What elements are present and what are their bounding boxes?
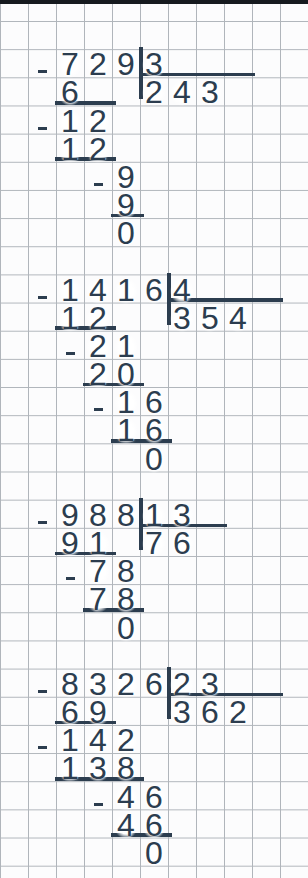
- digit-cell-p3: 9: [56, 528, 84, 557]
- minus-sign: [94, 803, 103, 806]
- digit-cell-p1: 2: [84, 134, 112, 163]
- digit-cell-p2: 0: [140, 444, 168, 473]
- digit-cell-p1: 1: [56, 134, 84, 163]
- top-border-bar: [0, 0, 308, 4]
- digit-cell-p3: 7: [84, 584, 112, 613]
- minus-sign: [38, 127, 47, 130]
- minus-sign: [38, 521, 47, 524]
- digit-cell-p3: 0: [112, 613, 140, 642]
- minus-sign: [38, 746, 47, 749]
- digit-cell-p2: 3: [168, 303, 196, 332]
- digit-cell-p2: 1: [112, 415, 140, 444]
- digit-cell-p1: 2: [140, 77, 168, 106]
- digit-cell-p4: 3: [168, 697, 196, 726]
- digit-cell-p4: 0: [140, 838, 168, 867]
- digit-cell-p1: 2: [84, 49, 112, 78]
- digit-cell-p2: 2: [84, 359, 112, 388]
- digit-cell-p1: 3: [196, 77, 224, 106]
- minus-sign: [66, 577, 75, 580]
- digit-cell-p4: 6: [140, 669, 168, 698]
- digit-cell-p4: 3: [84, 753, 112, 782]
- digit-cell-p1: 0: [112, 218, 140, 247]
- digit-cell-p4: 2: [112, 669, 140, 698]
- digit-cell-p2: 1: [56, 303, 84, 332]
- digit-cell-p1: 4: [168, 77, 196, 106]
- digit-cell-p3: 8: [112, 500, 140, 529]
- digit-cell-p3: 7: [140, 528, 168, 557]
- minus-sign: [66, 352, 75, 355]
- digit-cell-p4: 6: [196, 697, 224, 726]
- digit-cell-p1: 6: [56, 77, 84, 106]
- squared-paper-worksheet: 7293624312129901416412354212016160988139…: [0, 0, 308, 878]
- minus-sign: [38, 70, 47, 73]
- digit-cell-p3: 6: [168, 528, 196, 557]
- minus-sign: [94, 408, 103, 411]
- digit-cell-p4: 2: [224, 697, 252, 726]
- minus-sign: [38, 690, 47, 693]
- digit-cell-p2: 1: [112, 275, 140, 304]
- digit-cell-p2: 4: [224, 303, 252, 332]
- minus-sign: [38, 296, 47, 299]
- digit-cell-p4: 4: [112, 810, 140, 839]
- minus-sign: [94, 183, 103, 186]
- digit-cell-p4: 1: [56, 753, 84, 782]
- digit-cell-p2: 5: [196, 303, 224, 332]
- digit-cell-p2: 6: [140, 275, 168, 304]
- digit-cell-p1: 9: [112, 49, 140, 78]
